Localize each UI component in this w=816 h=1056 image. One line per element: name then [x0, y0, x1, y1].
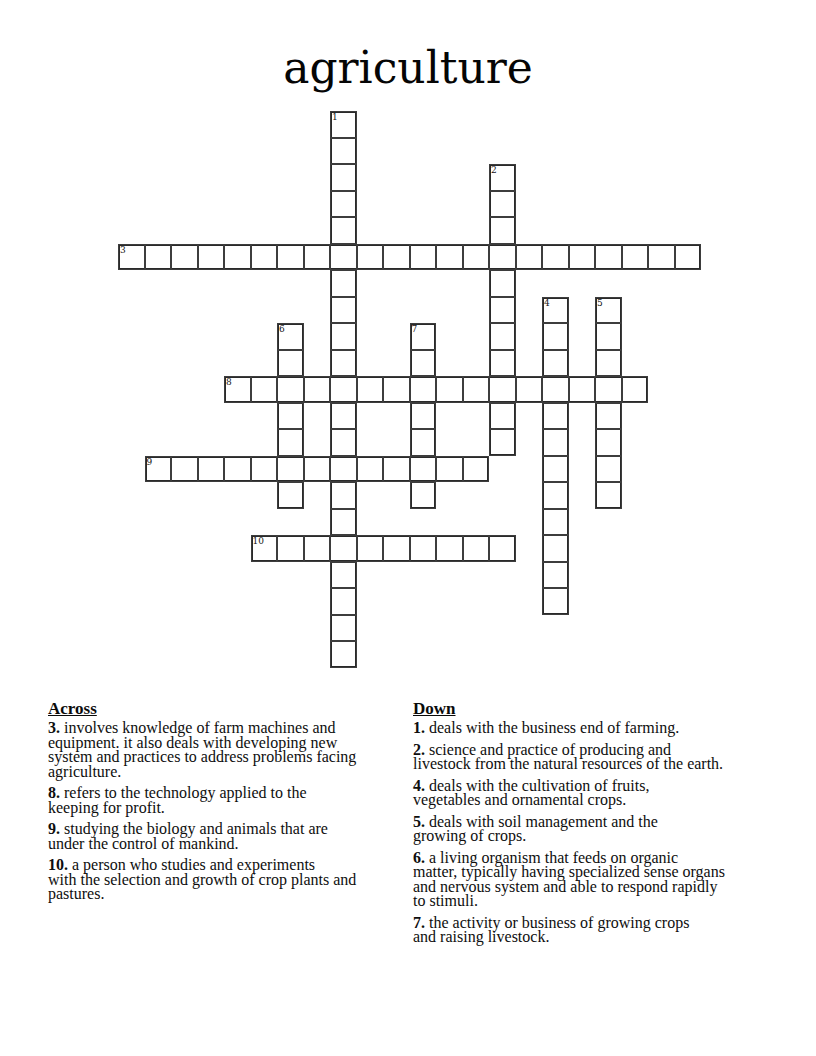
grid-cell-r16c8[interactable] [330, 535, 357, 562]
grid-cell-r11c16[interactable] [542, 403, 569, 430]
grid-cell-r5c9[interactable] [357, 244, 384, 271]
clue-down-4: 4. deals with the cultivation of fruits,… [413, 779, 793, 808]
grid-cell-r18c16[interactable] [542, 588, 569, 615]
grid-cell-r16c9[interactable] [357, 535, 384, 562]
crossword-grid: 12345678910 [118, 111, 701, 668]
grid-cell-r16c13[interactable] [463, 535, 490, 562]
cell-number-6: 6 [279, 325, 285, 334]
grid-cell-r8c18[interactable] [595, 323, 622, 350]
grid-cell-r5c10[interactable] [383, 244, 410, 271]
grid-cell-r9c6[interactable] [277, 350, 304, 377]
grid-cell-r14c6[interactable] [277, 482, 304, 509]
grid-cell-r5c19[interactable] [622, 244, 649, 271]
clue-number: 10. [48, 856, 72, 873]
grid-cell-r13c12[interactable] [436, 456, 463, 483]
grid-cell-r5c12[interactable] [436, 244, 463, 271]
down-clues-column: Down 1. deals with the business end of f… [413, 700, 793, 952]
grid-cell-r5c7[interactable] [304, 244, 331, 271]
grid-cell-r10c8[interactable] [330, 376, 357, 403]
grid-cell-r13c13[interactable] [463, 456, 490, 483]
across-clues-column: Across 3. involves knowledge of farm mac… [48, 700, 412, 909]
grid-cell-r5c4[interactable] [224, 244, 251, 271]
grid-cell-r1c8[interactable] [330, 138, 357, 165]
grid-cell-r10c16[interactable] [542, 376, 569, 403]
clue-down-7: 7. the activity or business of growing c… [413, 916, 793, 945]
down-header: Down [413, 700, 793, 717]
grid-cell-r5c5[interactable] [251, 244, 278, 271]
grid-cell-r16c7[interactable] [304, 535, 331, 562]
clue-down-1: 1. deals with the business end of farmin… [413, 721, 793, 736]
grid-cell-r10c15[interactable] [516, 376, 543, 403]
grid-cell-r10c18[interactable] [595, 376, 622, 403]
grid-cell-r9c14[interactable] [489, 350, 516, 377]
grid-cell-r7c8[interactable] [330, 297, 357, 324]
grid-cell-r3c8[interactable] [330, 191, 357, 218]
grid-cell-r12c8[interactable] [330, 429, 357, 456]
grid-cell-r9c16[interactable] [542, 350, 569, 377]
grid-cell-r6c14[interactable] [489, 270, 516, 297]
grid-cell-r10c11[interactable] [410, 376, 437, 403]
grid-cell-r5c3[interactable] [198, 244, 225, 271]
grid-cell-r10c17[interactable] [569, 376, 596, 403]
grid-cell-r9c18[interactable] [595, 350, 622, 377]
cell-number-10: 10 [253, 537, 264, 546]
grid-cell-r16c16[interactable] [542, 535, 569, 562]
cell-number-7: 7 [412, 325, 418, 334]
grid-cell-r13c11[interactable] [410, 456, 437, 483]
grid-cell-r15c8[interactable] [330, 509, 357, 536]
grid-cell-r17c8[interactable] [330, 562, 357, 589]
grid-cell-r8c16[interactable] [542, 323, 569, 350]
grid-cell-r13c4[interactable] [224, 456, 251, 483]
cell-number-8: 8 [226, 378, 232, 387]
grid-cell-r13c2[interactable] [171, 456, 198, 483]
grid-cell-r5c14[interactable] [489, 244, 516, 271]
grid-cell-r2c8[interactable] [330, 164, 357, 191]
grid-cell-r10c14[interactable] [489, 376, 516, 403]
grid-cell-r5c16[interactable] [542, 244, 569, 271]
grid-cell-r5c1[interactable] [145, 244, 172, 271]
grid-cell-r10c9[interactable] [357, 376, 384, 403]
cell-number-4: 4 [544, 299, 550, 308]
clue-down-5: 5. deals with soil management and the gr… [413, 815, 793, 844]
clue-number: 3. [48, 719, 64, 736]
grid-cell-r5c11[interactable] [410, 244, 437, 271]
grid-cell-r16c11[interactable] [410, 535, 437, 562]
grid-cell-r13c9[interactable] [357, 456, 384, 483]
grid-cell-r20c8[interactable] [330, 641, 357, 668]
grid-cell-r5c17[interactable] [569, 244, 596, 271]
grid-cell-r11c6[interactable] [277, 403, 304, 430]
grid-cell-r11c8[interactable] [330, 403, 357, 430]
clue-number: 6. [413, 849, 429, 866]
grid-cell-r13c10[interactable] [383, 456, 410, 483]
puzzle-page: agriculture 12345678910 Across 3. involv… [0, 0, 816, 1056]
grid-cell-r9c11[interactable] [410, 350, 437, 377]
clue-across-9: 9. studying the biology and animals that… [48, 822, 412, 851]
grid-cell-r10c12[interactable] [436, 376, 463, 403]
clue-number: 1. [413, 719, 429, 736]
clue-number: 8. [48, 784, 64, 801]
clue-down-6: 6. a living organism that feeds on organ… [413, 851, 793, 909]
grid-cell-r5c2[interactable] [171, 244, 198, 271]
grid-cell-r11c18[interactable] [595, 403, 622, 430]
grid-cell-r13c8[interactable] [330, 456, 357, 483]
clue-number: 2. [413, 741, 429, 758]
grid-cell-r13c7[interactable] [304, 456, 331, 483]
grid-cell-r5c13[interactable] [463, 244, 490, 271]
grid-cell-r15c16[interactable] [542, 509, 569, 536]
grid-cell-r5c21[interactable] [675, 244, 702, 271]
cell-number-3: 3 [120, 246, 126, 255]
grid-cell-r11c14[interactable] [489, 403, 516, 430]
grid-cell-r14c11[interactable] [410, 482, 437, 509]
across-header: Across [48, 700, 412, 717]
grid-cell-r5c20[interactable] [648, 244, 675, 271]
grid-cell-r16c14[interactable] [489, 535, 516, 562]
grid-cell-r16c6[interactable] [277, 535, 304, 562]
grid-cell-r12c16[interactable] [542, 429, 569, 456]
grid-cell-r3c14[interactable] [489, 191, 516, 218]
clue-number: 7. [413, 914, 429, 931]
clue-number: 4. [413, 777, 429, 794]
grid-cell-r5c6[interactable] [277, 244, 304, 271]
clue-across-8: 8. refers to the technology applied to t… [48, 786, 412, 815]
grid-cell-r10c6[interactable] [277, 376, 304, 403]
grid-cell-r11c11[interactable] [410, 403, 437, 430]
grid-cell-r19c8[interactable] [330, 615, 357, 642]
grid-cell-r8c8[interactable] [330, 323, 357, 350]
grid-cell-r9c8[interactable] [330, 350, 357, 377]
grid-cell-r13c6[interactable] [277, 456, 304, 483]
grid-cell-r10c10[interactable] [383, 376, 410, 403]
clue-across-10: 10. a person who studies and experiments… [48, 858, 412, 902]
grid-cell-r18c8[interactable] [330, 588, 357, 615]
clue-across-3: 3. involves knowledge of farm machines a… [48, 721, 412, 779]
grid-cell-r14c8[interactable] [330, 482, 357, 509]
clue-number: 9. [48, 820, 64, 837]
grid-cell-r6c8[interactable] [330, 270, 357, 297]
grid-cell-r5c18[interactable] [595, 244, 622, 271]
grid-cell-r10c5[interactable] [251, 376, 278, 403]
grid-cell-r13c18[interactable] [595, 456, 622, 483]
grid-cell-r10c19[interactable] [622, 376, 649, 403]
cell-number-1: 1 [332, 113, 338, 122]
grid-cell-r12c14[interactable] [489, 429, 516, 456]
grid-cell-r17c16[interactable] [542, 562, 569, 589]
grid-cell-r16c12[interactable] [436, 535, 463, 562]
grid-cell-r4c8[interactable] [330, 217, 357, 244]
grid-cell-r5c15[interactable] [516, 244, 543, 271]
grid-cell-r12c6[interactable] [277, 429, 304, 456]
grid-cell-r12c18[interactable] [595, 429, 622, 456]
grid-cell-r13c5[interactable] [251, 456, 278, 483]
cell-number-2: 2 [491, 166, 497, 175]
grid-cell-r13c16[interactable] [542, 456, 569, 483]
cell-number-5: 5 [597, 299, 603, 308]
grid-cell-r13c3[interactable] [198, 456, 225, 483]
grid-cell-r8c14[interactable] [489, 323, 516, 350]
grid-cell-r4c14[interactable] [489, 217, 516, 244]
puzzle-title: agriculture [0, 45, 816, 91]
grid-cell-r10c7[interactable] [304, 376, 331, 403]
grid-cell-r14c18[interactable] [595, 482, 622, 509]
grid-cell-r16c10[interactable] [383, 535, 410, 562]
clue-down-2: 2. science and practice of producing and… [413, 743, 793, 772]
grid-cell-r7c14[interactable] [489, 297, 516, 324]
grid-cell-r14c16[interactable] [542, 482, 569, 509]
clue-number: 5. [413, 813, 429, 830]
cell-number-9: 9 [147, 458, 153, 467]
grid-cell-r10c13[interactable] [463, 376, 490, 403]
grid-cell-r5c8[interactable] [330, 244, 357, 271]
grid-cell-r12c11[interactable] [410, 429, 437, 456]
